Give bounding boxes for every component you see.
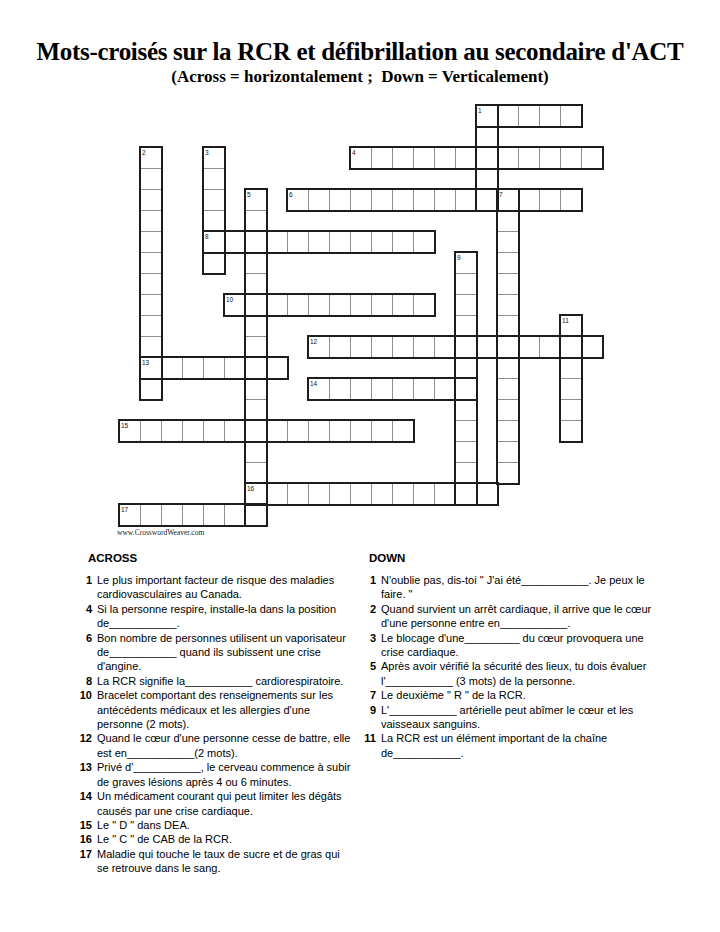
clue-across-16: 16Le " C " de CAB de la RCR. xyxy=(75,832,356,846)
grid-cell[interactable] xyxy=(350,420,372,442)
clue-number: 3 xyxy=(359,631,381,645)
grid-cell[interactable] xyxy=(476,126,498,148)
grid-cell[interactable] xyxy=(287,483,309,505)
grid-cell[interactable] xyxy=(476,147,498,169)
grid-cell[interactable] xyxy=(308,378,330,400)
grid-cell[interactable] xyxy=(434,336,456,358)
clue-text: Le " D " dans DEA. xyxy=(97,818,351,832)
grid-cell[interactable] xyxy=(497,336,519,358)
grid-cell[interactable] xyxy=(266,420,288,442)
grid-cell[interactable] xyxy=(497,210,519,232)
clue-across-8: 8La RCR signifie la___________ cardiores… xyxy=(75,674,356,688)
grid-cell[interactable] xyxy=(413,483,435,505)
grid-cell[interactable] xyxy=(476,483,498,505)
clue-text: Si la personne respire, installe-la dans… xyxy=(97,602,351,631)
clue-text: La RCR est un élément important de la ch… xyxy=(381,731,653,760)
grid-cell[interactable] xyxy=(119,420,141,442)
clue-number: 2 xyxy=(359,602,381,616)
grid-cell[interactable] xyxy=(518,147,540,169)
grid-cell[interactable] xyxy=(350,147,372,169)
grid-cell[interactable] xyxy=(203,252,225,274)
grid-cell[interactable] xyxy=(203,147,225,169)
grid-cell[interactable] xyxy=(476,336,498,358)
grid-cell[interactable] xyxy=(140,252,162,274)
grid-cell[interactable] xyxy=(350,294,372,316)
grid-cell[interactable] xyxy=(329,420,351,442)
grid-cell[interactable] xyxy=(308,483,330,505)
clue-text: Le " C " de CAB de la RCR. xyxy=(97,832,351,846)
grid-cell[interactable] xyxy=(266,483,288,505)
grid-cell[interactable] xyxy=(455,294,477,316)
clue-across-12: 12Quand le cœur d'une personne cesse de … xyxy=(75,731,356,760)
grid-cell[interactable] xyxy=(392,231,414,253)
clue-number: 13 xyxy=(75,760,97,774)
grid-cell[interactable] xyxy=(497,273,519,295)
clue-text: La RCR signifie la___________ cardioresp… xyxy=(97,674,351,688)
grid-cell[interactable] xyxy=(203,210,225,232)
clue-text: Privé d'___________, le cerveau commence… xyxy=(97,760,351,789)
clue-down-7: 7Le deuxième " R " de la RCR. xyxy=(359,688,657,702)
grid-cell[interactable] xyxy=(224,294,246,316)
clue-number: 6 xyxy=(75,631,97,645)
grid-cell[interactable] xyxy=(182,420,204,442)
grid-cell[interactable] xyxy=(287,189,309,211)
grid-cell[interactable] xyxy=(371,189,393,211)
grid-cell[interactable] xyxy=(329,189,351,211)
grid-cell[interactable] xyxy=(497,378,519,400)
grid-cell[interactable] xyxy=(560,315,582,337)
grid-cell[interactable] xyxy=(140,294,162,316)
grid-cell[interactable] xyxy=(371,294,393,316)
clue-down-1: 1N'oublie pas, dis-toi " J'ai été_______… xyxy=(359,573,657,602)
grid-cell[interactable] xyxy=(245,504,267,526)
grid-cell[interactable] xyxy=(392,189,414,211)
clue-across-17: 17Maladie qui touche le taux de sucre et… xyxy=(75,847,356,876)
grid-cell[interactable] xyxy=(560,105,582,127)
grid-cell[interactable] xyxy=(224,231,246,253)
grid-cell[interactable] xyxy=(245,189,267,211)
clue-text: Après avoir vérifié la sécurité des lieu… xyxy=(381,659,653,688)
grid-cell[interactable] xyxy=(455,462,477,484)
grid-cell[interactable] xyxy=(455,273,477,295)
grid-cell[interactable] xyxy=(497,189,519,211)
grid-cell[interactable] xyxy=(308,231,330,253)
grid-cell[interactable] xyxy=(140,189,162,211)
clue-number: 14 xyxy=(75,789,97,803)
grid-cell[interactable] xyxy=(476,189,498,211)
grid-cell[interactable] xyxy=(350,231,372,253)
grid-cell[interactable] xyxy=(560,336,582,358)
grid-cell[interactable] xyxy=(413,294,435,316)
grid-cell[interactable] xyxy=(140,357,162,379)
grid-cell[interactable] xyxy=(497,315,519,337)
clue-number: 12 xyxy=(75,731,97,745)
grid-cell[interactable] xyxy=(455,336,477,358)
grid-cell[interactable] xyxy=(560,357,582,379)
clue-text: N'oublie pas, dis-toi " J'ai été________… xyxy=(381,573,653,602)
grid-cell[interactable] xyxy=(539,105,561,127)
grid-cell[interactable] xyxy=(350,336,372,358)
grid-cell[interactable] xyxy=(245,378,267,400)
grid-cell[interactable] xyxy=(224,357,246,379)
grid-cell[interactable] xyxy=(140,315,162,337)
grid-cell[interactable] xyxy=(497,399,519,421)
grid-cell[interactable] xyxy=(539,147,561,169)
grid-cell[interactable] xyxy=(539,336,561,358)
grid-cell[interactable] xyxy=(392,147,414,169)
grid-cell[interactable] xyxy=(308,189,330,211)
down-header: DOWN xyxy=(369,552,405,564)
grid-cell[interactable] xyxy=(371,336,393,358)
grid-cell[interactable] xyxy=(476,168,498,190)
grid-cell[interactable] xyxy=(434,378,456,400)
clue-across-1: 1Le plus important facteur de risque des… xyxy=(75,573,356,602)
grid-cell[interactable] xyxy=(266,231,288,253)
grid-cell[interactable] xyxy=(371,231,393,253)
grid-cell[interactable] xyxy=(245,210,267,232)
grid-cell[interactable] xyxy=(497,420,519,442)
clue-down-9: 9L'___________ artérielle peut abîmer le… xyxy=(359,703,657,732)
grid-cell[interactable] xyxy=(392,378,414,400)
grid-cell[interactable] xyxy=(203,168,225,190)
grid-cell[interactable] xyxy=(455,378,477,400)
grid-cell[interactable] xyxy=(455,147,477,169)
crossword-weaver-credit: www.CrosswordWeaver.com xyxy=(117,528,204,537)
grid-cell[interactable] xyxy=(161,420,183,442)
grid-cell[interactable] xyxy=(455,252,477,274)
grid-cell[interactable] xyxy=(350,378,372,400)
grid-cell[interactable] xyxy=(455,483,477,505)
clue-down-11: 11La RCR est un élément important de la … xyxy=(359,731,657,760)
grid-cell[interactable] xyxy=(329,231,351,253)
grid-cell[interactable] xyxy=(245,252,267,274)
grid-cell[interactable] xyxy=(245,231,267,253)
clue-text: Le plus important facteur de risque des … xyxy=(97,573,351,602)
grid-cell[interactable] xyxy=(182,357,204,379)
grid-cell[interactable] xyxy=(455,189,477,211)
clue-down-3: 3Le blocage d'une_________ du cœur provo… xyxy=(359,631,657,660)
grid-cell[interactable] xyxy=(413,189,435,211)
grid-cell[interactable] xyxy=(560,147,582,169)
grid-cell[interactable] xyxy=(203,420,225,442)
clue-number: 11 xyxy=(359,731,381,745)
grid-cell[interactable] xyxy=(119,504,141,526)
grid-cell[interactable] xyxy=(287,420,309,442)
grid-cell[interactable] xyxy=(560,189,582,211)
grid-cell[interactable] xyxy=(581,147,603,169)
grid-cell[interactable] xyxy=(497,105,519,127)
grid-cell[interactable] xyxy=(413,378,435,400)
grid-cell[interactable] xyxy=(434,147,456,169)
grid-cell[interactable] xyxy=(497,231,519,253)
grid-cell[interactable] xyxy=(224,420,246,442)
grid-cell[interactable] xyxy=(203,357,225,379)
grid-cell[interactable] xyxy=(434,189,456,211)
grid-cell[interactable] xyxy=(140,147,162,169)
grid-cell[interactable] xyxy=(392,336,414,358)
grid-cell[interactable] xyxy=(245,357,267,379)
grid-cell[interactable] xyxy=(308,294,330,316)
grid-cell[interactable] xyxy=(455,399,477,421)
clue-text: Bon nombre de personnes utilisent un vap… xyxy=(97,631,351,674)
grid-cell[interactable] xyxy=(518,105,540,127)
across-header: ACROSS xyxy=(88,552,137,564)
grid-cell[interactable] xyxy=(371,147,393,169)
grid-cell[interactable] xyxy=(203,189,225,211)
grid-cell[interactable] xyxy=(203,504,225,526)
grid-cell[interactable] xyxy=(329,483,351,505)
clue-number: 8 xyxy=(75,674,97,688)
grid-cell[interactable] xyxy=(350,483,372,505)
grid-cell[interactable] xyxy=(413,147,435,169)
grid-cell[interactable] xyxy=(140,504,162,526)
grid-cell[interactable] xyxy=(140,231,162,253)
grid-cell[interactable] xyxy=(497,357,519,379)
grid-cell[interactable] xyxy=(287,294,309,316)
clue-number: 4 xyxy=(75,602,97,616)
grid-cell[interactable] xyxy=(497,294,519,316)
grid-cell[interactable] xyxy=(224,504,246,526)
grid-cell[interactable] xyxy=(245,315,267,337)
grid-cell[interactable] xyxy=(140,420,162,442)
across-clues: 1Le plus important facteur de risque des… xyxy=(75,573,356,876)
grid-cell[interactable] xyxy=(329,378,351,400)
clue-number: 10 xyxy=(75,688,97,702)
grid-cell[interactable] xyxy=(560,420,582,442)
grid-cell[interactable] xyxy=(350,189,372,211)
clue-text: Maladie qui touche le taux de sucre et d… xyxy=(97,847,351,876)
clue-text: Un médicament courant qui peut limiter l… xyxy=(97,789,351,818)
clue-text: Le blocage d'une_________ du cœur provoq… xyxy=(381,631,653,660)
grid-cell[interactable] xyxy=(560,399,582,421)
clue-down-5: 5Après avoir vérifié la sécurité des lie… xyxy=(359,659,657,688)
clue-text: L'___________ artérielle peut abîmer le … xyxy=(381,703,653,732)
grid-cell[interactable] xyxy=(308,420,330,442)
grid-cell[interactable] xyxy=(413,231,435,253)
grid-cell[interactable] xyxy=(245,483,267,505)
grid-cell[interactable] xyxy=(392,483,414,505)
grid-cell[interactable] xyxy=(329,336,351,358)
clue-number: 15 xyxy=(75,818,97,832)
grid-cell[interactable] xyxy=(476,105,498,127)
grid-cell[interactable] xyxy=(245,462,267,484)
clue-number: 17 xyxy=(75,847,97,861)
grid-cell[interactable] xyxy=(266,357,288,379)
grid-cell[interactable] xyxy=(455,441,477,463)
grid-cell[interactable] xyxy=(245,420,267,442)
clue-across-6: 6Bon nombre de personnes utilisent un va… xyxy=(75,631,356,674)
grid-cell[interactable] xyxy=(581,336,603,358)
grid-cell[interactable] xyxy=(182,504,204,526)
clue-across-14: 14Un médicament courant qui peut limiter… xyxy=(75,789,356,818)
clue-number: 9 xyxy=(359,703,381,717)
grid-cell[interactable] xyxy=(392,294,414,316)
grid-cell[interactable] xyxy=(539,189,561,211)
grid-cell[interactable] xyxy=(413,336,435,358)
clue-number: 7 xyxy=(359,688,381,702)
clue-number: 16 xyxy=(75,832,97,846)
clue-across-15: 15Le " D " dans DEA. xyxy=(75,818,356,832)
clue-number: 1 xyxy=(359,573,381,587)
grid-cell[interactable] xyxy=(266,294,288,316)
grid-cell[interactable] xyxy=(308,336,330,358)
clue-number: 5 xyxy=(359,659,381,673)
grid-cell[interactable] xyxy=(497,441,519,463)
grid-cell[interactable] xyxy=(560,378,582,400)
clue-text: Quand survient un arrêt cardiaque, il ar… xyxy=(381,602,653,631)
grid-cell[interactable] xyxy=(161,357,183,379)
clue-number: 1 xyxy=(75,573,97,587)
grid-cell[interactable] xyxy=(245,273,267,295)
grid-cell[interactable] xyxy=(140,336,162,358)
clue-across-13: 13Privé d'___________, le cerveau commen… xyxy=(75,760,356,789)
grid-cell[interactable] xyxy=(371,420,393,442)
grid-cell[interactable] xyxy=(203,231,225,253)
clue-text: Quand le cœur d'une personne cesse de ba… xyxy=(97,731,351,760)
grid-cell[interactable] xyxy=(518,189,540,211)
grid-cell[interactable] xyxy=(455,357,477,379)
grid-cell[interactable] xyxy=(434,483,456,505)
clue-text: Le deuxième " R " de la RCR. xyxy=(381,688,653,702)
grid-cell[interactable] xyxy=(329,294,351,316)
grid-cell[interactable] xyxy=(455,420,477,442)
grid-cell[interactable] xyxy=(371,483,393,505)
clue-down-2: 2Quand survient un arrêt cardiaque, il a… xyxy=(359,602,657,631)
grid-cell[interactable] xyxy=(497,147,519,169)
grid-cell[interactable] xyxy=(140,378,162,400)
grid-cell[interactable] xyxy=(371,378,393,400)
grid-cell[interactable] xyxy=(518,336,540,358)
grid-cell[interactable] xyxy=(245,336,267,358)
grid-cell[interactable] xyxy=(287,231,309,253)
grid-cell[interactable] xyxy=(245,441,267,463)
clue-across-4: 4Si la personne respire, installe-la dan… xyxy=(75,602,356,631)
down-clues: 1N'oublie pas, dis-toi " J'ai été_______… xyxy=(359,573,657,760)
crossword-page: Mots-croisés sur la RCR et défibrillatio… xyxy=(0,0,720,932)
grid-cell[interactable] xyxy=(245,294,267,316)
grid-cell[interactable] xyxy=(497,462,519,484)
clue-text: Bracelet comportant des renseignements s… xyxy=(97,688,351,731)
grid-cell[interactable] xyxy=(392,420,414,442)
grid-cell[interactable] xyxy=(497,252,519,274)
grid-cell[interactable] xyxy=(140,168,162,190)
clue-across-10: 10Bracelet comportant des renseignements… xyxy=(75,688,356,731)
grid-cell[interactable] xyxy=(161,504,183,526)
grid-cell[interactable] xyxy=(140,210,162,232)
grid-cell[interactable] xyxy=(140,273,162,295)
grid-cell[interactable] xyxy=(455,315,477,337)
grid-cell[interactable] xyxy=(245,399,267,421)
